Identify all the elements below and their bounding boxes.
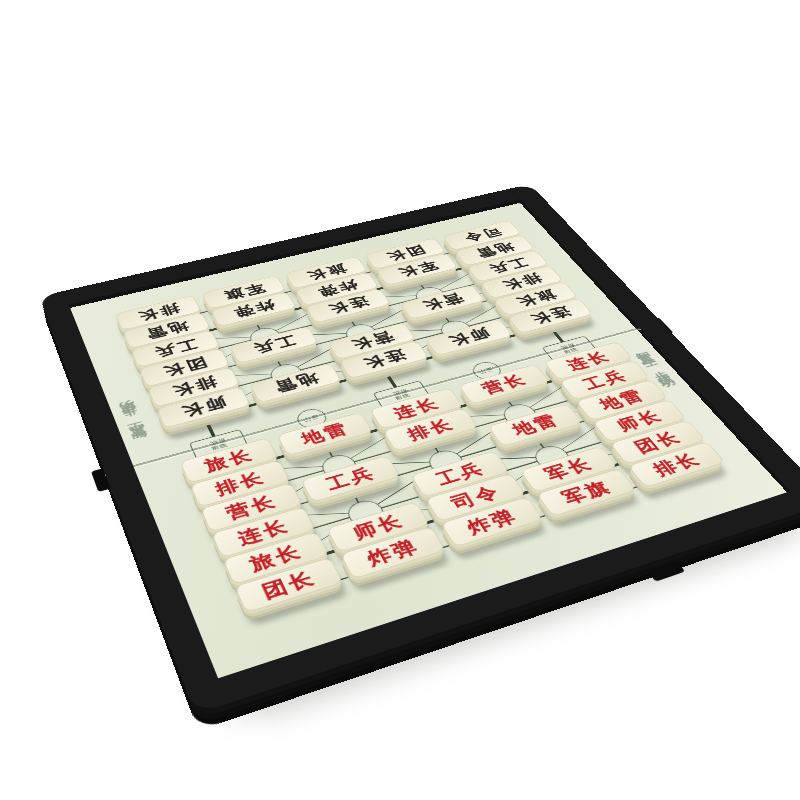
product-photo-scene: 智慧人生 步步成功 智慧人生 步步成功 排长军旗旅长团长司令地雷炸弹炸弹军长地雷… [0,0,800,800]
luzhanqi-board: 智慧人生 步步成功 智慧人生 步步成功 排长军旗旅长团长司令地雷炸弹炸弹军长地雷… [69,203,789,683]
